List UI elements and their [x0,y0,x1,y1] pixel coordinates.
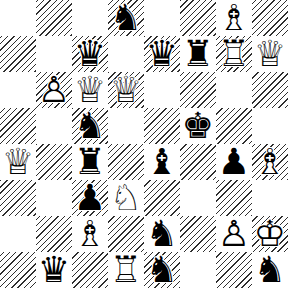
square-b4[interactable] [36,144,72,180]
square-b6[interactable]: ♟♙ [36,72,72,108]
square-b3[interactable] [36,180,72,216]
square-d7[interactable] [108,36,144,72]
piece-white-pawn: ♟♙ [216,216,252,252]
square-b8[interactable] [36,0,72,36]
square-f8[interactable] [180,0,216,36]
square-a1[interactable] [0,252,36,288]
piece-black-knight: ♞♞ [108,0,144,36]
piece-white-bishop: ♝♗ [216,0,252,36]
square-b5[interactable] [36,108,72,144]
square-e7[interactable]: ♛♛ [144,36,180,72]
square-a5[interactable] [0,108,36,144]
piece-glyph: ♛ [72,36,108,72]
square-h5[interactable] [252,108,288,144]
square-h4[interactable]: ♝♗ [252,144,288,180]
piece-black-queen: ♛♛ [144,36,180,72]
piece-black-rook: ♜♜ [72,144,108,180]
square-e6[interactable] [144,72,180,108]
square-a6[interactable] [0,72,36,108]
square-d4[interactable] [108,144,144,180]
square-c5[interactable]: ♞♞ [72,108,108,144]
piece-white-queen: ♛♕ [108,72,144,108]
square-g2[interactable]: ♟♙ [216,216,252,252]
square-a8[interactable] [0,0,36,36]
square-d5[interactable] [108,108,144,144]
piece-white-pawn: ♟♙ [36,72,72,108]
square-d8[interactable]: ♞♞ [108,0,144,36]
piece-glyph: ♕ [252,36,288,72]
square-h3[interactable] [252,180,288,216]
piece-white-queen: ♛♕ [252,36,288,72]
piece-black-pawn: ♟♟ [216,144,252,180]
piece-glyph: ♞ [144,252,180,288]
square-e8[interactable] [144,0,180,36]
square-a3[interactable] [0,180,36,216]
square-d3[interactable]: ♞♘ [108,180,144,216]
square-g1[interactable] [216,252,252,288]
square-c8[interactable] [72,0,108,36]
piece-glyph: ♕ [72,72,108,108]
square-a7[interactable] [0,36,36,72]
piece-black-bishop: ♝♝ [144,144,180,180]
piece-glyph: ♕ [0,144,36,180]
piece-black-pawn: ♟♟ [72,180,108,216]
square-d6[interactable]: ♛♕ [108,72,144,108]
square-h1[interactable]: ♞♞ [252,252,288,288]
piece-glyph: ♙ [36,72,72,108]
piece-white-queen: ♛♕ [0,144,36,180]
piece-glyph: ♗ [216,0,252,36]
square-d1[interactable]: ♜♖ [108,252,144,288]
piece-glyph: ♙ [216,216,252,252]
piece-black-knight: ♞♞ [72,108,108,144]
square-b7[interactable] [36,36,72,72]
square-f6[interactable] [180,72,216,108]
square-e4[interactable]: ♝♝ [144,144,180,180]
square-f7[interactable]: ♜♜ [180,36,216,72]
piece-white-rook: ♜♖ [108,252,144,288]
square-a2[interactable] [0,216,36,252]
square-e3[interactable] [144,180,180,216]
square-d2[interactable] [108,216,144,252]
piece-black-knight: ♞♞ [144,252,180,288]
square-c2[interactable]: ♝♗ [72,216,108,252]
piece-glyph: ♕ [108,72,144,108]
piece-white-bishop: ♝♗ [72,216,108,252]
square-h7[interactable]: ♛♕ [252,36,288,72]
square-g4[interactable]: ♟♟ [216,144,252,180]
piece-black-king: ♚♚ [180,108,216,144]
piece-black-queen: ♛♛ [36,252,72,288]
square-c6[interactable]: ♛♕ [72,72,108,108]
square-b1[interactable]: ♛♛ [36,252,72,288]
piece-glyph: ♖ [216,36,252,72]
square-g3[interactable] [216,180,252,216]
piece-black-queen: ♛♛ [72,36,108,72]
piece-white-rook: ♜♖ [216,36,252,72]
piece-glyph: ♘ [108,180,144,216]
square-g7[interactable]: ♜♖ [216,36,252,72]
piece-glyph: ♞ [144,216,180,252]
piece-glyph: ♟ [216,144,252,180]
piece-black-knight: ♞♞ [252,252,288,288]
square-b2[interactable] [36,216,72,252]
piece-glyph: ♔ [252,216,288,252]
piece-glyph: ♖ [108,252,144,288]
square-f4[interactable] [180,144,216,180]
chess-board: ♞♞♝♗♛♛♛♛♜♜♜♖♛♕♟♙♛♕♛♕♞♞♚♚♛♕♜♜♝♝♟♟♝♗♟♟♞♘♝♗… [0,0,288,288]
piece-white-bishop: ♝♗ [252,144,288,180]
piece-white-king: ♚♔ [252,216,288,252]
piece-glyph: ♝ [144,144,180,180]
square-c3[interactable]: ♟♟ [72,180,108,216]
piece-glyph: ♟ [72,180,108,216]
square-e2[interactable]: ♞♞ [144,216,180,252]
piece-black-rook: ♜♜ [180,36,216,72]
piece-glyph: ♗ [72,216,108,252]
square-h2[interactable]: ♚♔ [252,216,288,252]
piece-glyph: ♞ [108,0,144,36]
square-h8[interactable] [252,0,288,36]
square-g8[interactable]: ♝♗ [216,0,252,36]
square-f5[interactable]: ♚♚ [180,108,216,144]
square-e1[interactable]: ♞♞ [144,252,180,288]
square-c7[interactable]: ♛♛ [72,36,108,72]
piece-glyph: ♞ [252,252,288,288]
piece-glyph: ♜ [180,36,216,72]
piece-white-knight: ♞♘ [108,180,144,216]
square-c4[interactable]: ♜♜ [72,144,108,180]
piece-glyph: ♛ [36,252,72,288]
piece-glyph: ♗ [252,144,288,180]
square-e5[interactable] [144,108,180,144]
square-f1[interactable] [180,252,216,288]
square-c1[interactable] [72,252,108,288]
piece-glyph: ♞ [72,108,108,144]
square-h6[interactable] [252,72,288,108]
piece-glyph: ♛ [144,36,180,72]
square-a4[interactable]: ♛♕ [0,144,36,180]
square-f3[interactable] [180,180,216,216]
piece-black-knight: ♞♞ [144,216,180,252]
piece-glyph: ♜ [72,144,108,180]
piece-white-queen: ♛♕ [72,72,108,108]
square-f2[interactable] [180,216,216,252]
square-g5[interactable] [216,108,252,144]
piece-glyph: ♚ [180,108,216,144]
square-g6[interactable] [216,72,252,108]
